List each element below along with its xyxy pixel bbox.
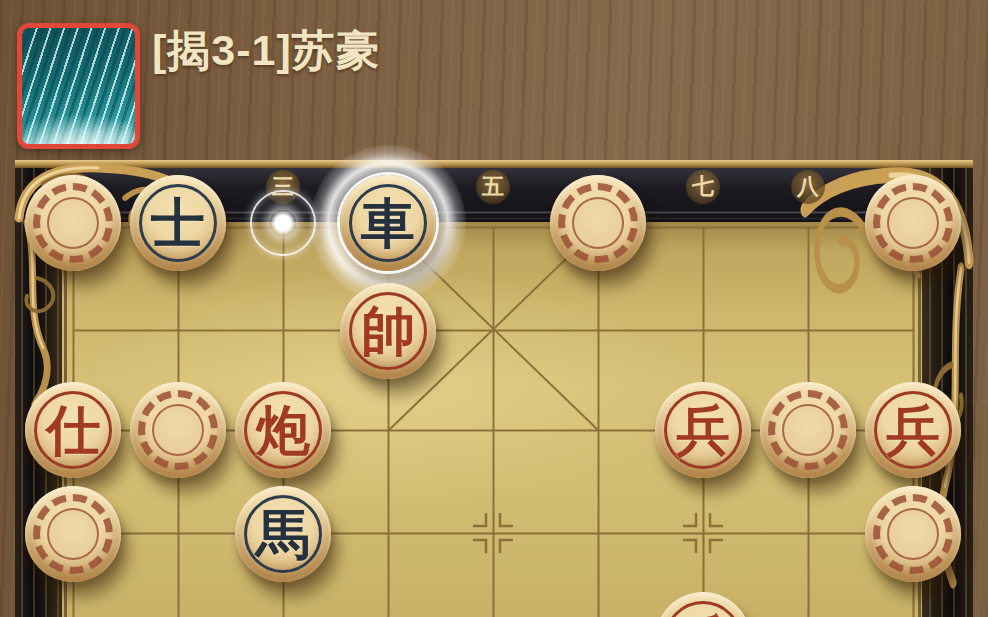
facedown-inner-circle xyxy=(572,197,624,249)
piece-red-soldier[interactable]: 兵 xyxy=(865,382,961,478)
piece-hidden[interactable] xyxy=(25,175,121,271)
facedown-inner-circle xyxy=(887,508,939,560)
piece-character: 馬 xyxy=(235,486,331,582)
piece-character: 帥 xyxy=(340,283,436,379)
piece-black-advisor[interactable]: 士 xyxy=(130,175,226,271)
piece-red-advisor[interactable]: 仕 xyxy=(25,382,121,478)
facedown-inner-circle xyxy=(782,404,834,456)
piece-character: 兵 xyxy=(865,382,961,478)
piece-hidden[interactable] xyxy=(760,382,856,478)
facedown-inner-circle xyxy=(47,197,99,249)
piece-red-cannon[interactable]: 炮 xyxy=(235,382,331,478)
piece-hidden[interactable] xyxy=(865,175,961,271)
column-label-7: 七 xyxy=(686,170,720,204)
piece-character: 炮 xyxy=(235,382,331,478)
piece-black-horse[interactable]: 馬 xyxy=(235,486,331,582)
piece-red-soldier[interactable]: 兵 xyxy=(655,382,751,478)
piece-character: 兵 xyxy=(655,592,751,617)
piece-character: 仕 xyxy=(25,382,121,478)
facedown-inner-circle xyxy=(47,508,99,560)
piece-character: 士 xyxy=(130,175,226,271)
column-label-5: 五 xyxy=(476,170,510,204)
piece-character: 車 xyxy=(340,175,436,271)
piece-red-partial-piece[interactable]: 兵 xyxy=(655,592,751,617)
piece-red-general[interactable]: 帥 xyxy=(340,283,436,379)
piece-hidden[interactable] xyxy=(130,382,226,478)
facedown-inner-circle xyxy=(887,197,939,249)
facedown-inner-circle xyxy=(152,404,204,456)
piece-black-chariot[interactable]: 車 xyxy=(340,175,436,271)
piece-hidden[interactable] xyxy=(550,175,646,271)
piece-hidden[interactable] xyxy=(25,486,121,582)
column-label-8: 八 xyxy=(791,170,825,204)
piece-hidden[interactable] xyxy=(865,486,961,582)
screen: [揭3-1]苏豪 xyxy=(0,0,988,617)
board-grid xyxy=(0,0,988,617)
piece-character: 兵 xyxy=(655,382,751,478)
last-move-origin-dot xyxy=(270,210,296,236)
